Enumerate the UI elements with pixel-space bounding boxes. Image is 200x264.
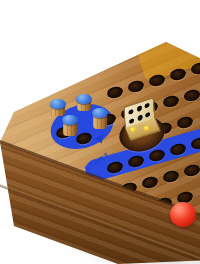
peg-blue-cap: [50, 99, 66, 109]
blue-peg[interactable]: [92, 109, 108, 135]
die-pip-black: [145, 112, 150, 118]
peg-blue-cap: [62, 115, 78, 125]
die-pip-black: [129, 109, 134, 115]
die-pip-yellow: [130, 126, 137, 132]
blue-peg[interactable]: [62, 116, 78, 142]
red-peg[interactable]: [170, 202, 196, 227]
product-photo-ludo-board: START: [0, 0, 200, 264]
die-pip-black: [129, 118, 134, 124]
peg-blue-cap: [92, 108, 108, 118]
die-pip-black: [144, 103, 149, 109]
blue-peg[interactable]: [76, 95, 92, 117]
peg-blue-cap: [76, 94, 92, 104]
die-pip-black: [137, 115, 142, 121]
die-pip-black: [136, 106, 141, 112]
die-pip-yellow: [143, 125, 150, 131]
